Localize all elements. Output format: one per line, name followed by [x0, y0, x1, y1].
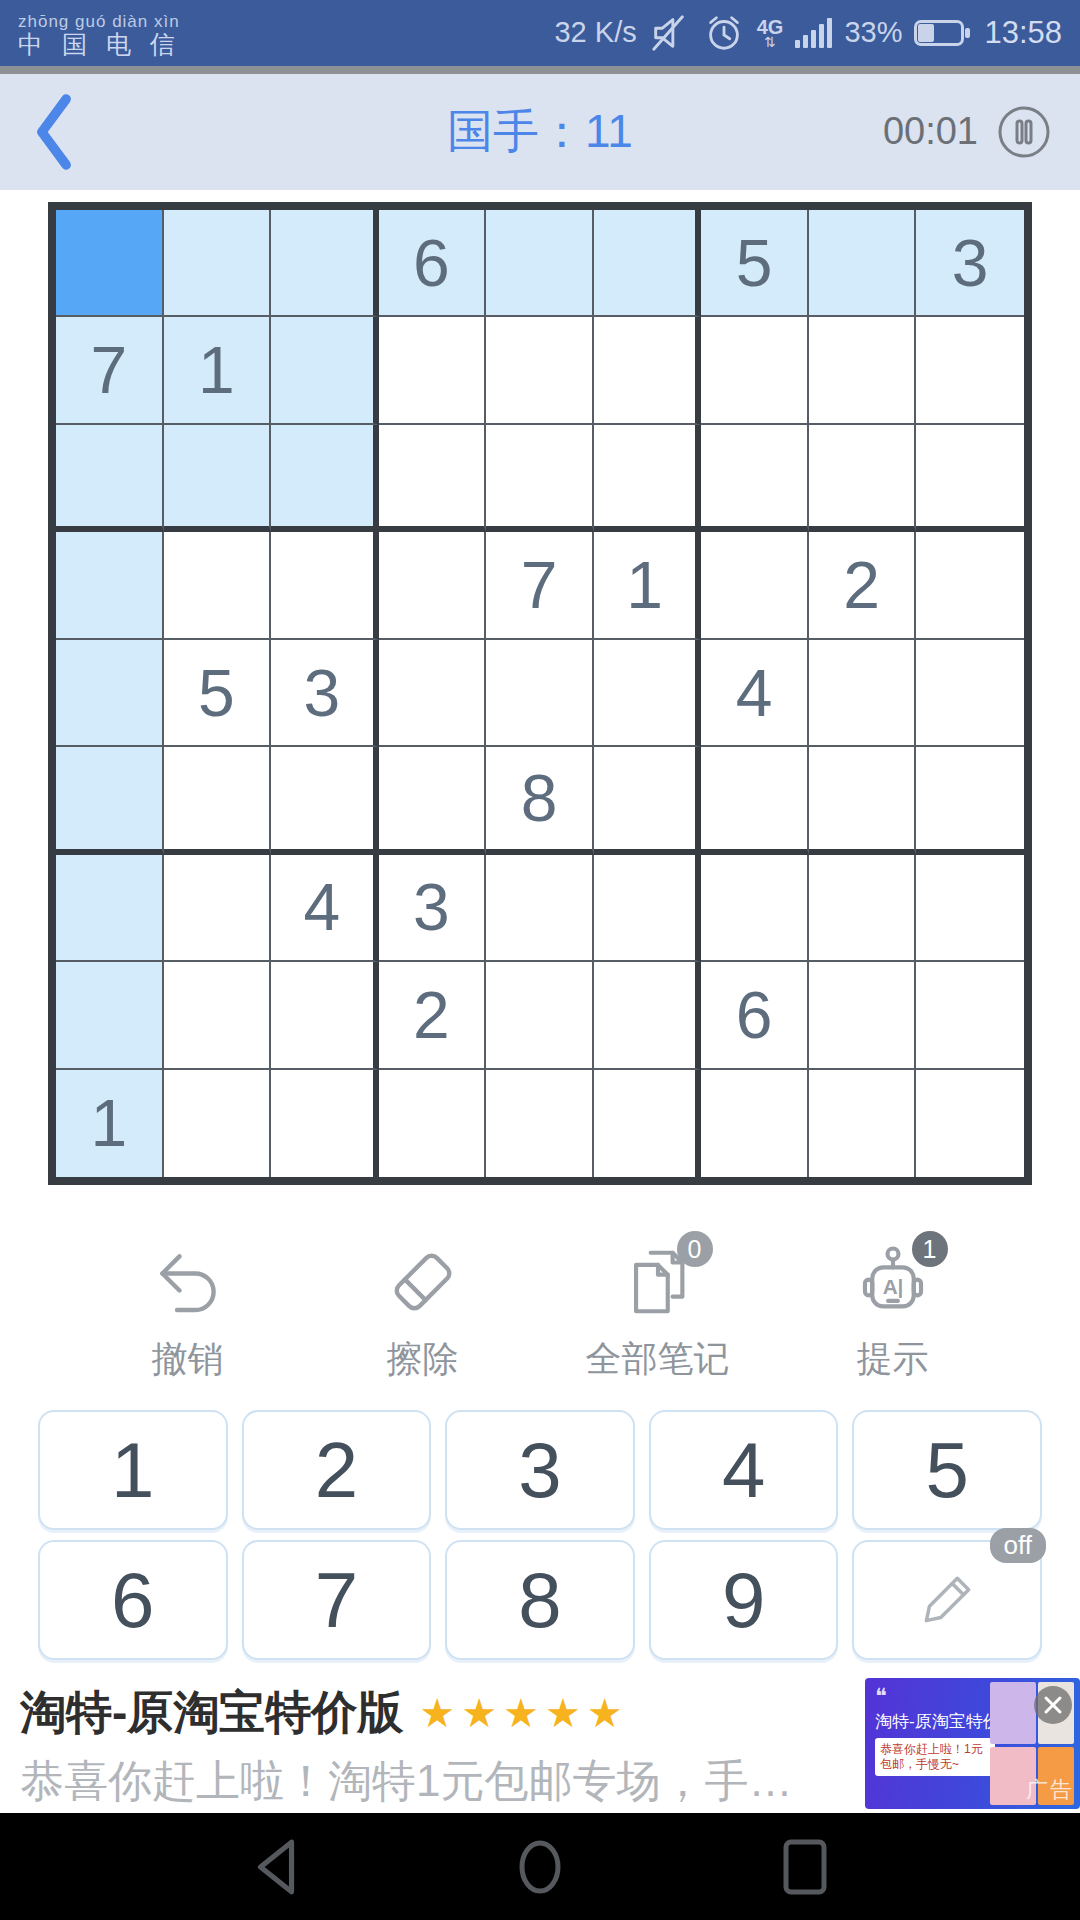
- sudoku-cell[interactable]: [486, 962, 594, 1069]
- battery-icon: [914, 18, 972, 48]
- sudoku-cell[interactable]: 7: [56, 317, 164, 424]
- sudoku-cell[interactable]: [379, 640, 487, 747]
- nav-back-button[interactable]: [235, 1827, 315, 1907]
- ad-thumbnail[interactable]: ❝ 淘特-原淘宝特价版 恭喜你赶上啦！1元包邮，手慢无~ 广告: [865, 1678, 1080, 1809]
- ad-star-rating: ★★★★★: [419, 1690, 628, 1736]
- sudoku-cell[interactable]: [809, 425, 917, 532]
- keypad-digit-5[interactable]: 5: [852, 1410, 1042, 1530]
- sudoku-cell[interactable]: [164, 747, 272, 854]
- sudoku-cell[interactable]: [809, 855, 917, 962]
- sudoku-cell[interactable]: [271, 1070, 379, 1177]
- ad-label: 广告: [1026, 1775, 1074, 1805]
- android-navbar: [0, 1813, 1080, 1920]
- sudoku-cell[interactable]: [271, 210, 379, 317]
- sudoku-cell[interactable]: [701, 747, 809, 854]
- carrier-hanzi: 中 国 电 信: [18, 32, 181, 57]
- sudoku-cell[interactable]: [701, 317, 809, 424]
- sudoku-cell[interactable]: 8: [486, 747, 594, 854]
- clock: 13:58: [984, 15, 1062, 51]
- nav-recents-button[interactable]: [765, 1827, 845, 1907]
- sudoku-cell[interactable]: [379, 425, 487, 532]
- signal-bars-icon: [795, 18, 832, 48]
- pencil-off-badge: off: [990, 1528, 1046, 1563]
- alarm-icon: [703, 12, 745, 54]
- statusbar-separator: [0, 66, 1080, 74]
- sudoku-cell[interactable]: [916, 425, 1024, 532]
- ad-subtitle: 恭喜你赶上啦！淘特1元包邮专场，手…: [20, 1752, 865, 1811]
- sudoku-cell[interactable]: 7: [486, 532, 594, 639]
- keypad-digit-8[interactable]: 8: [445, 1540, 635, 1660]
- sudoku-cell[interactable]: 2: [379, 962, 487, 1069]
- pencil-mode-button[interactable]: off: [852, 1540, 1042, 1660]
- keypad-digit-9[interactable]: 9: [649, 1540, 839, 1660]
- sudoku-cell[interactable]: [916, 855, 1024, 962]
- sudoku-cell[interactable]: 4: [271, 855, 379, 962]
- sudoku-cell[interactable]: [594, 962, 702, 1069]
- sudoku-cell[interactable]: [56, 640, 164, 747]
- sudoku-cell[interactable]: 3: [916, 210, 1024, 317]
- keypad-digit-2[interactable]: 2: [242, 1410, 432, 1530]
- sudoku-cell[interactable]: 5: [164, 640, 272, 747]
- back-button[interactable]: [28, 87, 88, 177]
- sudoku-cell[interactable]: 6: [701, 962, 809, 1069]
- hint-badge: 1: [912, 1231, 948, 1267]
- all-notes-button[interactable]: 0 全部笔记: [563, 1243, 753, 1384]
- game-timer: 00:01: [883, 110, 978, 153]
- notes-badge: 0: [677, 1231, 713, 1267]
- sudoku-cell[interactable]: [379, 747, 487, 854]
- sudoku-cell[interactable]: [809, 210, 917, 317]
- sudoku-cell[interactable]: 3: [379, 855, 487, 962]
- sudoku-cell[interactable]: [594, 1070, 702, 1177]
- sudoku-cell[interactable]: [594, 640, 702, 747]
- nav-recents-icon: [779, 1836, 831, 1898]
- sudoku-cell[interactable]: [916, 640, 1024, 747]
- ad-close-button[interactable]: [1034, 1686, 1072, 1724]
- sudoku-cell[interactable]: [164, 855, 272, 962]
- ad-photo: [990, 1682, 1036, 1744]
- carrier-name: zhōng guó diàn xìn 中 国 电 信: [18, 9, 181, 57]
- sudoku-cell[interactable]: [56, 962, 164, 1069]
- sudoku-cell[interactable]: [594, 425, 702, 532]
- game-header: 国手：11 00:01: [0, 74, 1080, 190]
- sudoku-cell[interactable]: [379, 317, 487, 424]
- sudoku-cell[interactable]: [56, 425, 164, 532]
- sudoku-cell[interactable]: [486, 317, 594, 424]
- sudoku-cell[interactable]: [916, 317, 1024, 424]
- sudoku-cell[interactable]: [594, 210, 702, 317]
- svg-text:A|: A|: [882, 1275, 903, 1298]
- keypad-digit-3[interactable]: 3: [445, 1410, 635, 1530]
- toolbar: 撤销 擦除 0: [0, 1243, 1080, 1384]
- undo-button[interactable]: 撤销: [93, 1243, 283, 1384]
- sudoku-cell[interactable]: [164, 1070, 272, 1177]
- sudoku-cell[interactable]: 3: [271, 640, 379, 747]
- sudoku-cell[interactable]: [916, 532, 1024, 639]
- sudoku-cell[interactable]: 4: [701, 640, 809, 747]
- sudoku-cell[interactable]: [486, 640, 594, 747]
- ad-banner[interactable]: 淘特-原淘宝特价版 ★★★★★ 恭喜你赶上啦！淘特1元包邮专场，手… ❝ 淘特-…: [0, 1678, 1080, 1813]
- sudoku-cell[interactable]: [164, 962, 272, 1069]
- keypad-digit-4[interactable]: 4: [649, 1410, 839, 1530]
- keypad-digit-7[interactable]: 7: [242, 1540, 432, 1660]
- sudoku-cell[interactable]: [486, 425, 594, 532]
- sudoku-cell[interactable]: [271, 747, 379, 854]
- nav-home-button[interactable]: [500, 1827, 580, 1907]
- carrier-pinyin: zhōng guó diàn xìn: [18, 13, 181, 30]
- sudoku-cell[interactable]: 5: [701, 210, 809, 317]
- sudoku-cell[interactable]: [486, 1070, 594, 1177]
- eraser-icon: [384, 1243, 462, 1321]
- sudoku-cell[interactable]: [701, 855, 809, 962]
- sudoku-cell[interactable]: 6: [379, 210, 487, 317]
- erase-button[interactable]: 擦除: [328, 1243, 518, 1384]
- sudoku-cell[interactable]: [164, 425, 272, 532]
- erase-label: 擦除: [387, 1335, 459, 1384]
- keypad-digit-1[interactable]: 1: [38, 1410, 228, 1530]
- sudoku-cell[interactable]: [271, 532, 379, 639]
- nav-back-icon: [249, 1836, 301, 1898]
- sudoku-cell[interactable]: [379, 532, 487, 639]
- pause-button[interactable]: [996, 104, 1052, 160]
- undo-label: 撤销: [152, 1335, 224, 1384]
- sudoku-cell[interactable]: [701, 532, 809, 639]
- network-type-indicator: 4G ⇅: [757, 17, 784, 49]
- sudoku-cell[interactable]: [271, 317, 379, 424]
- sudoku-cell[interactable]: [379, 1070, 487, 1177]
- sudoku-cell[interactable]: [271, 425, 379, 532]
- sudoku-cell[interactable]: [701, 425, 809, 532]
- sudoku-cell[interactable]: [916, 962, 1024, 1069]
- sudoku-cell[interactable]: [164, 210, 272, 317]
- mute-icon: [649, 12, 691, 54]
- sudoku-cell[interactable]: [809, 747, 917, 854]
- sudoku-cell[interactable]: [164, 532, 272, 639]
- sudoku-cell[interactable]: [809, 962, 917, 1069]
- status-bar: zhōng guó diàn xìn 中 国 电 信 32 K/s 4G ⇅: [0, 0, 1080, 66]
- undo-icon: [149, 1243, 227, 1321]
- sudoku-cell[interactable]: 1: [56, 1070, 164, 1177]
- sudoku-cell[interactable]: [56, 210, 164, 317]
- sudoku-cell[interactable]: [916, 747, 1024, 854]
- nav-home-icon: [514, 1836, 566, 1898]
- sudoku-cell[interactable]: [56, 855, 164, 962]
- close-icon: [1042, 1694, 1064, 1716]
- battery-percent: 33%: [844, 16, 902, 49]
- ad-thumb-text: 恭喜你赶上啦！1元包邮，手慢无~: [875, 1738, 995, 1776]
- sudoku-app-screen: zhōng guó diàn xìn 中 国 电 信 32 K/s 4G ⇅: [0, 0, 1080, 1920]
- network-speed: 32 K/s: [554, 16, 636, 49]
- sudoku-cell[interactable]: [486, 855, 594, 962]
- pencil-icon: [914, 1567, 980, 1633]
- keypad-digit-6[interactable]: 6: [38, 1540, 228, 1660]
- sudoku-cell[interactable]: 1: [164, 317, 272, 424]
- sudoku-cell[interactable]: 2: [809, 532, 917, 639]
- hint-label: 提示: [857, 1335, 929, 1384]
- sudoku-board: 65371712534843261: [48, 202, 1032, 1185]
- sudoku-cell[interactable]: [809, 317, 917, 424]
- hint-button[interactable]: A| 1 提示: [798, 1243, 988, 1384]
- sudoku-cell[interactable]: [594, 317, 702, 424]
- all-notes-label: 全部笔记: [586, 1335, 730, 1384]
- sudoku-cell[interactable]: [916, 1070, 1024, 1177]
- sudoku-cell[interactable]: [486, 210, 594, 317]
- sudoku-cell[interactable]: [809, 1070, 917, 1177]
- sudoku-cell[interactable]: [594, 747, 702, 854]
- sudoku-cell[interactable]: [271, 962, 379, 1069]
- sudoku-cell[interactable]: [594, 855, 702, 962]
- sudoku-cell[interactable]: 1: [594, 532, 702, 639]
- back-chevron-icon: [28, 86, 80, 178]
- ad-title: 淘特-原淘宝特价版: [20, 1682, 403, 1744]
- sudoku-cell[interactable]: [56, 747, 164, 854]
- sudoku-cell[interactable]: [809, 640, 917, 747]
- number-keypad: 12345 6789 off: [38, 1410, 1042, 1660]
- sudoku-cell[interactable]: [56, 532, 164, 639]
- ad-quote-mark: ❝: [875, 1684, 887, 1710]
- sudoku-cell[interactable]: [701, 1070, 809, 1177]
